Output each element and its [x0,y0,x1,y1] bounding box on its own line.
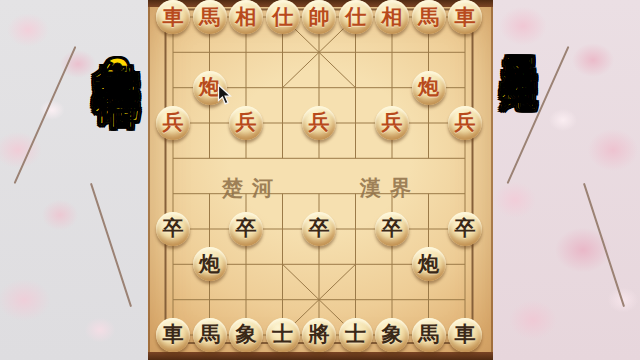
piece-black-卒[interactable]: 卒 [302,212,336,246]
piece-black-將[interactable]: 將 [302,318,336,352]
piece-red-兵[interactable]: 兵 [448,106,482,140]
piece-black-馬[interactable]: 馬 [193,318,227,352]
blossom-branch [507,46,570,184]
right-backdrop [493,0,640,360]
piece-black-象[interactable]: 象 [229,318,263,352]
mouse-cursor-icon [217,84,233,106]
blossom-branch [14,46,77,184]
blossom-branch [90,183,132,307]
piece-red-兵[interactable]: 兵 [302,106,336,140]
blossom-branch [583,183,625,307]
piece-red-車[interactable]: 車 [156,0,190,34]
piece-black-炮[interactable]: 炮 [193,247,227,281]
piece-red-仕[interactable]: 仕 [339,0,373,34]
river-label-han: 漢界 [360,174,420,202]
board-bottom-trim [148,352,493,360]
river-label-chu: 楚河 [222,174,282,202]
piece-black-士[interactable]: 士 [339,318,373,352]
piece-red-仕[interactable]: 仕 [266,0,300,34]
piece-red-帥[interactable]: 帥 [302,0,336,34]
piece-black-炮[interactable]: 炮 [412,247,446,281]
piece-red-車[interactable]: 車 [448,0,482,34]
piece-red-炮[interactable]: 炮 [412,71,446,105]
piece-red-兵[interactable]: 兵 [229,106,263,140]
piece-black-車[interactable]: 車 [156,318,190,352]
piece-black-士[interactable]: 士 [266,318,300,352]
piece-black-卒[interactable]: 卒 [156,212,190,246]
piece-red-相[interactable]: 相 [375,0,409,34]
left-banner-title: 象棋梅花谱9 [94,22,141,105]
piece-red-馬[interactable]: 馬 [193,0,227,34]
board-grid [148,0,493,360]
piece-red-馬[interactable]: 馬 [412,0,446,34]
xiangqi-board[interactable]: 楚河 漢界 車馬相仕帥仕相馬車炮炮兵兵兵兵兵卒卒卒卒卒炮炮車馬象士將士象馬車 [148,0,493,360]
piece-red-兵[interactable]: 兵 [375,106,409,140]
piece-black-象[interactable]: 象 [375,318,409,352]
piece-black-馬[interactable]: 馬 [412,318,446,352]
piece-black-車[interactable]: 車 [448,318,482,352]
piece-black-卒[interactable]: 卒 [229,212,263,246]
right-banner-title: 屏风马对当头炮 [500,27,537,48]
piece-black-卒[interactable]: 卒 [448,212,482,246]
video-frame: 象棋梅花谱9 屏风马对当头炮 [0,0,640,360]
piece-black-卒[interactable]: 卒 [375,212,409,246]
piece-red-兵[interactable]: 兵 [156,106,190,140]
piece-red-相[interactable]: 相 [229,0,263,34]
